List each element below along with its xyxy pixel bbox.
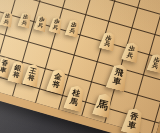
piece-shadow-wrap: 香車 bbox=[0, 0, 160, 133]
piece-kanji-char: 車 bbox=[127, 120, 137, 130]
shogi-photo-stage: 歩兵歩兵歩兵歩兵歩兵歩兵歩兵歩兵香車銀将王将飛車金将桂馬馬香車 bbox=[0, 0, 160, 133]
pieces-layer: 歩兵歩兵歩兵歩兵歩兵歩兵歩兵歩兵香車銀将王将飛車金将桂馬馬香車 bbox=[0, 0, 160, 133]
shogi-piece-lance[interactable]: 香車 bbox=[121, 106, 146, 133]
